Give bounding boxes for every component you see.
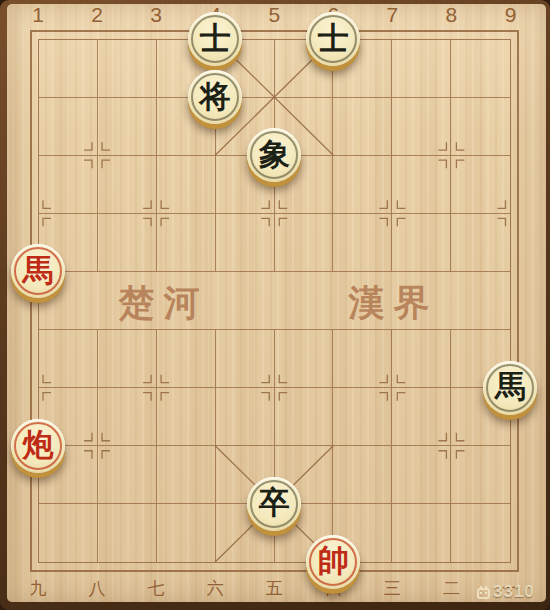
board-cell[interactable]	[392, 40, 451, 98]
board-cell[interactable]	[98, 98, 157, 156]
board-cell[interactable]	[216, 330, 275, 388]
board-cell[interactable]	[98, 388, 157, 446]
piece-black-advisor[interactable]: 士	[306, 12, 360, 66]
piece-black-elephant[interactable]: 象	[247, 128, 301, 182]
board-cell[interactable]	[333, 98, 392, 156]
piece-black-general[interactable]: 将	[188, 70, 242, 124]
piece-ring	[309, 15, 357, 63]
piece-ring	[191, 15, 239, 63]
file-number-bottom: 八	[89, 577, 106, 600]
file-number-bottom: 六	[207, 577, 224, 600]
board-cell[interactable]	[451, 446, 510, 504]
board-cell[interactable]	[39, 504, 98, 562]
board-cell[interactable]	[98, 330, 157, 388]
file-number-bottom: 九	[30, 577, 47, 600]
board-cell[interactable]	[216, 272, 275, 330]
piece-red-horse[interactable]: 馬	[11, 244, 65, 298]
piece-ring	[309, 538, 357, 586]
file-number-top: 3	[150, 3, 162, 27]
board-cell[interactable]	[451, 214, 510, 272]
board-cell[interactable]	[98, 40, 157, 98]
board-cell[interactable]	[39, 40, 98, 98]
board-cell[interactable]	[333, 214, 392, 272]
board-cell[interactable]	[333, 156, 392, 214]
piece-red-cannon[interactable]: 炮	[11, 419, 65, 473]
board-cell[interactable]	[39, 98, 98, 156]
board-cell[interactable]	[451, 272, 510, 330]
board-cell[interactable]	[275, 272, 334, 330]
piece-ring	[14, 422, 62, 470]
river-label-left: 楚河	[110, 279, 209, 328]
board-cell[interactable]	[392, 98, 451, 156]
board-cell[interactable]	[392, 446, 451, 504]
file-number-bottom: 三	[384, 577, 401, 600]
piece-ring	[14, 247, 62, 295]
board-cell[interactable]	[392, 214, 451, 272]
board-cell[interactable]	[275, 330, 334, 388]
file-number-top: 1	[32, 3, 44, 27]
board-cell[interactable]	[98, 504, 157, 562]
board-cell[interactable]	[333, 446, 392, 504]
file-number-top: 9	[505, 3, 517, 27]
watermark-text: 3310	[493, 582, 535, 602]
piece-black-advisor[interactable]: 士	[188, 12, 242, 66]
board-cell[interactable]	[39, 330, 98, 388]
file-number-top: 7	[387, 3, 399, 27]
board-cell[interactable]	[98, 446, 157, 504]
board-cell[interactable]	[157, 504, 216, 562]
board-cell[interactable]	[451, 40, 510, 98]
file-number-bottom: 二	[443, 577, 460, 600]
board-cell[interactable]	[451, 98, 510, 156]
file-number-bottom: 七	[148, 577, 165, 600]
board-cell[interactable]	[392, 388, 451, 446]
board-cell[interactable]	[157, 446, 216, 504]
board-cell[interactable]	[392, 330, 451, 388]
file-number-top: 8	[446, 3, 458, 27]
piece-black-horse[interactable]: 馬	[483, 361, 537, 415]
board-cell[interactable]	[98, 156, 157, 214]
board-cell[interactable]	[275, 388, 334, 446]
river-label-right: 漢界	[340, 279, 439, 328]
board-cell[interactable]	[333, 388, 392, 446]
piece-ring	[250, 131, 298, 179]
board-cell[interactable]	[157, 156, 216, 214]
board-cell[interactable]	[157, 214, 216, 272]
file-number-top: 5	[268, 3, 280, 27]
board-cell[interactable]	[275, 214, 334, 272]
board-cell[interactable]	[39, 156, 98, 214]
xiangqi-app: 123456789 九八七六五四三二一 楚河 漢界 士士将象馬馬炮卒帥 3310	[0, 0, 550, 610]
board-cell[interactable]	[451, 504, 510, 562]
file-number-bottom: 五	[266, 577, 283, 600]
piece-ring	[486, 364, 534, 412]
robot-icon	[477, 588, 490, 599]
watermark: 3310	[477, 582, 535, 602]
board-cell[interactable]	[333, 330, 392, 388]
piece-ring	[191, 73, 239, 121]
board-cell[interactable]	[157, 388, 216, 446]
piece-ring	[250, 480, 298, 528]
board-cell[interactable]	[157, 330, 216, 388]
piece-red-general[interactable]: 帥	[306, 535, 360, 589]
board-cell[interactable]	[451, 156, 510, 214]
file-number-top: 2	[91, 3, 103, 27]
board-cell[interactable]	[392, 504, 451, 562]
board-cell[interactable]	[216, 214, 275, 272]
board-cell[interactable]	[216, 388, 275, 446]
board-cell[interactable]	[392, 156, 451, 214]
piece-black-soldier[interactable]: 卒	[247, 477, 301, 531]
board-cell[interactable]	[98, 214, 157, 272]
